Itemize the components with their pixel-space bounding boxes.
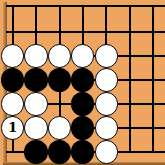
black-stone[interactable]: [24, 140, 47, 163]
intersection[interactable]: [71, 68, 94, 92]
intersection[interactable]: [71, 92, 94, 116]
intersection[interactable]: [48, 140, 71, 164]
black-stone[interactable]: [1, 68, 24, 91]
empty-intersection[interactable]: [118, 116, 141, 140]
white-stone[interactable]: [1, 44, 24, 67]
white-stone[interactable]: [24, 92, 47, 115]
intersection[interactable]: [71, 44, 94, 68]
empty-intersection[interactable]: [71, 0, 94, 20]
intersection[interactable]: [95, 68, 118, 92]
board-grid: 1: [1, 0, 165, 164]
empty-intersection[interactable]: [48, 0, 71, 20]
white-stone[interactable]: [48, 44, 71, 67]
black-stone[interactable]: [71, 68, 94, 91]
intersection[interactable]: [95, 92, 118, 116]
empty-intersection[interactable]: [24, 0, 47, 20]
empty-intersection[interactable]: [1, 0, 24, 20]
empty-intersection[interactable]: [118, 44, 141, 68]
intersection[interactable]: [1, 92, 24, 116]
intersection[interactable]: [24, 44, 47, 68]
intersection[interactable]: [95, 116, 118, 140]
empty-intersection[interactable]: [141, 44, 164, 68]
empty-intersection[interactable]: [141, 20, 164, 44]
intersection[interactable]: [48, 116, 71, 140]
white-stone[interactable]: [48, 116, 71, 139]
empty-intersection[interactable]: [118, 0, 141, 20]
move-number-label: 1: [8, 121, 17, 135]
empty-intersection[interactable]: [71, 20, 94, 44]
intersection[interactable]: [48, 68, 71, 92]
white-stone[interactable]: [95, 140, 118, 163]
empty-intersection[interactable]: [48, 92, 71, 116]
white-stone[interactable]: [24, 116, 47, 139]
empty-intersection[interactable]: [48, 20, 71, 44]
black-stone[interactable]: [71, 92, 94, 115]
empty-intersection[interactable]: [1, 140, 24, 164]
black-stone[interactable]: [24, 68, 47, 91]
empty-intersection[interactable]: [1, 20, 24, 44]
intersection[interactable]: [24, 68, 47, 92]
black-stone[interactable]: [48, 140, 71, 163]
empty-intersection[interactable]: [95, 20, 118, 44]
white-stone[interactable]: [24, 44, 47, 67]
black-stone[interactable]: [71, 116, 94, 139]
black-stone[interactable]: [48, 68, 71, 91]
intersection[interactable]: [95, 140, 118, 164]
empty-intersection[interactable]: [141, 0, 164, 20]
white-stone-move-1[interactable]: 1: [1, 116, 24, 139]
white-stone[interactable]: [71, 44, 94, 67]
white-stone[interactable]: [95, 44, 118, 67]
intersection[interactable]: [48, 44, 71, 68]
empty-intersection[interactable]: [95, 0, 118, 20]
intersection[interactable]: [1, 68, 24, 92]
black-stone[interactable]: [71, 140, 94, 163]
empty-intersection[interactable]: [141, 92, 164, 116]
intersection[interactable]: [24, 116, 47, 140]
empty-intersection[interactable]: [141, 116, 164, 140]
empty-intersection[interactable]: [118, 92, 141, 116]
go-board[interactable]: 1: [0, 0, 165, 165]
intersection[interactable]: [95, 44, 118, 68]
empty-intersection[interactable]: [24, 20, 47, 44]
white-stone[interactable]: [1, 92, 24, 115]
empty-intersection[interactable]: [118, 20, 141, 44]
intersection[interactable]: [1, 44, 24, 68]
intersection[interactable]: [24, 92, 47, 116]
white-stone[interactable]: [95, 116, 118, 139]
intersection[interactable]: [71, 140, 94, 164]
intersection[interactable]: [24, 140, 47, 164]
white-stone[interactable]: [95, 68, 118, 91]
intersection[interactable]: [71, 116, 94, 140]
white-stone[interactable]: [95, 92, 118, 115]
empty-intersection[interactable]: [118, 68, 141, 92]
empty-intersection[interactable]: [118, 140, 141, 164]
empty-intersection[interactable]: [141, 140, 164, 164]
empty-intersection[interactable]: [141, 68, 164, 92]
intersection[interactable]: 1: [1, 116, 24, 140]
